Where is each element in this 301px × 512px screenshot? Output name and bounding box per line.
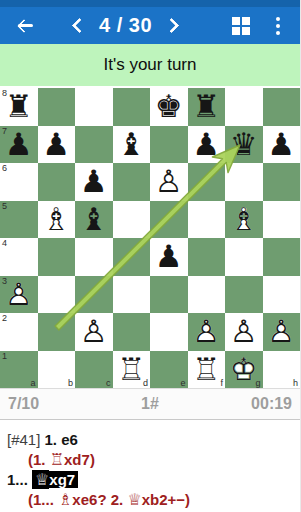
board-square[interactable] <box>225 276 263 314</box>
black-pawn-piece: ♟ <box>75 163 113 201</box>
board-square[interactable]: 8♜ <box>0 88 38 126</box>
board-square[interactable] <box>150 126 188 164</box>
black-rook-piece: ♜ <box>0 88 38 126</box>
rank-label: 5 <box>2 201 7 211</box>
white-king-piece: ♚♔ <box>225 351 263 389</box>
chess-board: 8♜♚♜7♟♟♝♟♛♟6♟♟♙5♝♗♝♝♗4♟3♟♙2♟♙♟♙♟♙♟♙1abcd… <box>0 88 300 388</box>
board-square[interactable] <box>150 313 188 351</box>
board-square[interactable] <box>113 163 151 201</box>
rank-label: 2 <box>2 313 7 323</box>
android-status-bar <box>0 0 300 7</box>
board-square[interactable]: 1a <box>0 351 38 389</box>
board-square[interactable] <box>75 276 113 314</box>
board-square[interactable]: ♜ <box>188 88 226 126</box>
turn-banner-text: It's your turn <box>103 55 196 75</box>
board-square[interactable] <box>75 126 113 164</box>
move-line[interactable]: 1... ♕xg7 <box>7 470 293 490</box>
board-square[interactable] <box>225 88 263 126</box>
board-square[interactable] <box>113 276 151 314</box>
black-queen-piece: ♛ <box>225 126 263 164</box>
move-segment: [#41] <box>7 431 45 448</box>
overflow-menu-button[interactable] <box>270 13 286 39</box>
file-label: a <box>30 378 35 388</box>
black-king-piece: ♚ <box>150 88 188 126</box>
top-bar-actions <box>232 13 300 39</box>
file-label: c <box>106 378 111 388</box>
move-segment: (1... <box>28 491 58 508</box>
board-square[interactable]: ♝ <box>113 126 151 164</box>
move-segment: xb2+−) <box>142 491 190 508</box>
board-square[interactable]: 3♟♙ <box>0 276 38 314</box>
board-square[interactable]: ♝♗ <box>38 201 76 239</box>
white-pawn-piece: ♟♙ <box>0 276 38 314</box>
black-pawn-piece: ♟ <box>0 126 38 164</box>
board-square[interactable]: e <box>150 351 188 389</box>
board-square[interactable] <box>263 163 301 201</box>
board-square[interactable] <box>113 238 151 276</box>
move-segment: 1. e6 <box>45 431 78 448</box>
board-square[interactable] <box>38 88 76 126</box>
board-square[interactable] <box>75 88 113 126</box>
black-rook-piece: ♜ <box>188 88 226 126</box>
board-square[interactable]: ♟♙ <box>263 313 301 351</box>
board-square[interactable]: ♟ <box>38 126 76 164</box>
board-square[interactable]: ♟♙ <box>225 313 263 351</box>
board-square[interactable] <box>188 276 226 314</box>
board-container: 8♜♚♜7♟♟♝♟♛♟6♟♟♙5♝♗♝♝♗4♟3♟♙2♟♙♟♙♟♙♟♙1abcd… <box>0 88 300 388</box>
move-line[interactable]: (1... ♗xe6? 2. ♕xb2+−) <box>7 490 293 510</box>
board-square[interactable]: ♟ <box>75 163 113 201</box>
board-square[interactable]: ♟♙ <box>75 313 113 351</box>
board-square[interactable] <box>38 276 76 314</box>
board-square[interactable] <box>113 313 151 351</box>
black-bishop-piece: ♝ <box>113 126 151 164</box>
board-square[interactable]: b <box>38 351 76 389</box>
rank-label: 1 <box>2 351 7 361</box>
file-label: e <box>180 378 185 388</box>
back-button[interactable] <box>6 7 46 44</box>
move-segment: ♗ <box>58 490 72 509</box>
white-bishop-piece: ♝♗ <box>225 201 263 239</box>
board-square[interactable]: d♜♖ <box>113 351 151 389</box>
board-square[interactable] <box>113 88 151 126</box>
board-square[interactable] <box>38 313 76 351</box>
board-square[interactable] <box>75 238 113 276</box>
board-square[interactable] <box>38 163 76 201</box>
board-square[interactable]: h <box>263 351 301 389</box>
board-list-button[interactable] <box>232 17 250 35</box>
board-square[interactable]: g♚♔ <box>225 351 263 389</box>
board-square[interactable]: ♟♙ <box>188 313 226 351</box>
board-square[interactable]: ♟ <box>150 238 188 276</box>
turn-banner: It's your turn <box>0 44 300 86</box>
board-square[interactable]: 5 <box>0 201 38 239</box>
rank-label: 6 <box>2 163 7 173</box>
file-label: b <box>68 378 73 388</box>
board-square[interactable] <box>263 238 301 276</box>
white-pawn-piece: ♟♙ <box>188 313 226 351</box>
board-square[interactable]: c <box>75 351 113 389</box>
board-square[interactable] <box>263 276 301 314</box>
puzzle-counter: 4 / 30 <box>99 14 152 37</box>
white-bishop-piece: ♝♗ <box>38 201 76 239</box>
board-square[interactable]: ♛ <box>225 126 263 164</box>
timer-label: 00:19 <box>251 395 292 413</box>
move-segment: ♕ <box>32 470 49 489</box>
board-square[interactable] <box>263 201 301 239</box>
board-square[interactable] <box>225 238 263 276</box>
app-screen: 4 / 30 It's your turn 8♜♚♜7♟♟♝♟♛♟6♟♟♙5♝♗… <box>0 0 300 512</box>
black-pawn-piece: ♟ <box>188 126 226 164</box>
board-square[interactable]: ♝♗ <box>225 201 263 239</box>
board-square[interactable] <box>150 276 188 314</box>
rank-label: 4 <box>2 238 7 248</box>
board-square[interactable] <box>188 201 226 239</box>
black-pawn-piece: ♟ <box>263 126 301 164</box>
board-square[interactable] <box>225 163 263 201</box>
white-pawn-piece: ♟♙ <box>225 313 263 351</box>
chevron-left-icon[interactable] <box>72 18 88 34</box>
board-square[interactable]: 4 <box>0 238 38 276</box>
white-pawn-piece: ♟♙ <box>263 313 301 351</box>
move-segment: xe6? 2. <box>72 491 127 508</box>
board-square[interactable] <box>150 201 188 239</box>
board-square[interactable]: ♚ <box>150 88 188 126</box>
black-pawn-piece: ♟ <box>150 238 188 276</box>
grid-view-icon <box>232 17 250 35</box>
move-line[interactable]: [#41] 1. e6 <box>7 430 293 450</box>
moves-panel: [#41] 1. e6(1. ♖xd7)1... ♕xg7(1... ♗xe6?… <box>0 420 300 510</box>
board-square[interactable] <box>113 201 151 239</box>
board-square[interactable]: ♟♙ <box>150 163 188 201</box>
board-square[interactable] <box>38 238 76 276</box>
board-square[interactable] <box>263 88 301 126</box>
board-square[interactable]: ♝ <box>75 201 113 239</box>
black-bishop-piece: ♝ <box>75 201 113 239</box>
move-segment: ♖ <box>50 450 64 469</box>
top-bar: 4 / 30 <box>0 7 300 44</box>
board-square[interactable]: ♟ <box>188 126 226 164</box>
move-segment: (1. <box>28 451 50 468</box>
move-segment: xg7 <box>49 471 78 488</box>
move-segment: ♕ <box>127 490 141 509</box>
move-line[interactable]: (1. ♖xd7) <box>7 450 293 470</box>
board-square[interactable] <box>188 238 226 276</box>
board-square[interactable]: 2 <box>0 313 38 351</box>
progress-bar: 7/10 1# 00:19 <box>0 388 300 420</box>
white-rook-piece: ♜♖ <box>113 351 151 389</box>
board-square[interactable]: 7♟ <box>0 126 38 164</box>
move-segment: xd7) <box>64 451 95 468</box>
white-pawn-piece: ♟♙ <box>75 313 113 351</box>
file-label: h <box>293 378 298 388</box>
puzzle-navigation: 4 / 30 <box>74 14 177 37</box>
more-vert-icon <box>270 13 286 39</box>
white-pawn-piece: ♟♙ <box>150 163 188 201</box>
arrow-back-icon <box>16 16 36 36</box>
black-pawn-piece: ♟ <box>38 126 76 164</box>
board-square[interactable]: ♟ <box>263 126 301 164</box>
board-square[interactable]: f♜♖ <box>188 351 226 389</box>
board-square[interactable]: 6 <box>0 163 38 201</box>
board-square[interactable] <box>188 163 226 201</box>
score-label: 7/10 <box>8 395 39 413</box>
white-rook-piece: ♜♖ <box>188 351 226 389</box>
chevron-right-icon[interactable] <box>164 18 180 34</box>
move-segment: 1... <box>7 471 32 488</box>
